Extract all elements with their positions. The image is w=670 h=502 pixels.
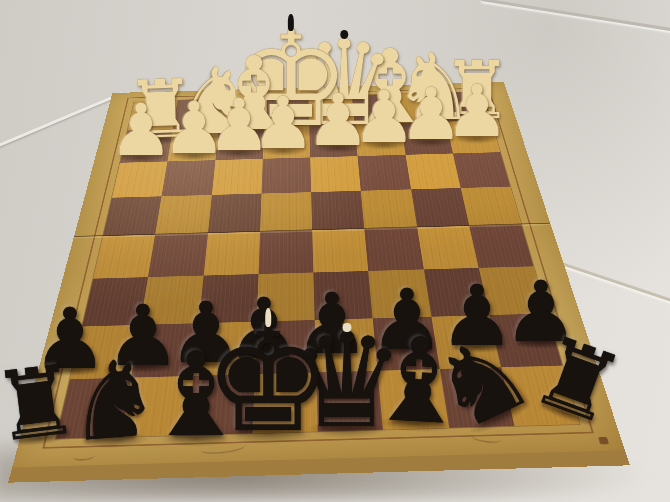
square-g4[interactable] [155,195,211,235]
square-d4[interactable] [311,191,364,231]
pawn-glyph: ♟ [306,92,371,150]
square-c5[interactable] [364,227,423,271]
square-b4[interactable] [411,188,469,228]
black-king-finial [265,308,271,327]
white-pawn-d2[interactable]: ♟ [306,92,371,150]
white-pawn-h2[interactable]: ♟ [109,102,174,160]
knight-glyph: ♞ [63,355,165,448]
floor-tile-seam [481,0,670,33]
photo-scene: ♜♞♝♛♚♝♞♜♟♟♟♟♟♟♟♟♟♟♟♟♟♟♟♟♜♞♝♛♚♝♞♜ [0,0,670,502]
pawn-glyph: ♟ [109,102,174,160]
square-e4[interactable] [260,192,312,232]
black-knight-g8[interactable]: ♞ [63,355,165,448]
square-a4[interactable] [461,186,522,225]
square-d5[interactable] [312,229,368,273]
white-king-finial [288,14,294,31]
square-a5[interactable] [469,224,534,268]
square-h5[interactable] [93,235,155,279]
square-g5[interactable] [148,233,207,277]
square-a3[interactable] [453,152,511,188]
square-c4[interactable] [361,189,417,229]
square-f5[interactable] [203,232,260,276]
square-h4[interactable] [103,196,162,236]
square-b5[interactable] [417,226,479,270]
square-e5[interactable] [258,230,313,274]
square-f4[interactable] [208,193,262,233]
